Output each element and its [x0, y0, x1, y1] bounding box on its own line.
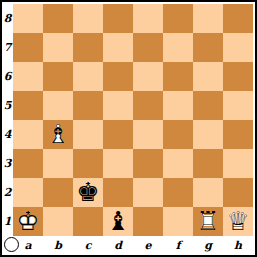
- square-f1[interactable]: [163, 207, 193, 236]
- square-h8[interactable]: [223, 4, 253, 33]
- file-label-b: b: [43, 236, 73, 255]
- square-b4[interactable]: ♝♗: [43, 120, 73, 149]
- square-c3[interactable]: [73, 149, 103, 178]
- square-g1[interactable]: ♜♖: [193, 207, 223, 236]
- square-e2[interactable]: [133, 178, 163, 207]
- square-d3[interactable]: [103, 149, 133, 178]
- square-b3[interactable]: [43, 149, 73, 178]
- square-d4[interactable]: [103, 120, 133, 149]
- square-a5[interactable]: [13, 91, 43, 120]
- black-bishop[interactable]: ♝: [103, 207, 133, 236]
- square-f8[interactable]: [163, 4, 193, 33]
- square-f6[interactable]: [163, 62, 193, 91]
- square-f2[interactable]: [163, 178, 193, 207]
- square-d8[interactable]: [103, 4, 133, 33]
- rank-label-1: 1: [2, 207, 13, 236]
- square-c4[interactable]: [73, 120, 103, 149]
- file-label-f: f: [163, 236, 193, 255]
- square-f7[interactable]: [163, 33, 193, 62]
- square-g6[interactable]: [193, 62, 223, 91]
- file-label-h: h: [223, 236, 253, 255]
- square-c7[interactable]: [73, 33, 103, 62]
- square-h5[interactable]: [223, 91, 253, 120]
- square-a8[interactable]: [13, 4, 43, 33]
- square-d1[interactable]: ♝: [103, 207, 133, 236]
- file-label-g: g: [193, 236, 223, 255]
- square-a7[interactable]: [13, 33, 43, 62]
- square-e8[interactable]: [133, 4, 163, 33]
- square-h6[interactable]: [223, 62, 253, 91]
- square-d5[interactable]: [103, 91, 133, 120]
- square-a1[interactable]: ♚♔: [13, 207, 43, 236]
- square-b1[interactable]: [43, 207, 73, 236]
- square-c1[interactable]: [73, 207, 103, 236]
- square-g3[interactable]: [193, 149, 223, 178]
- square-d7[interactable]: [103, 33, 133, 62]
- white-to-move-indicator: [4, 237, 19, 252]
- square-e5[interactable]: [133, 91, 163, 120]
- square-b7[interactable]: [43, 33, 73, 62]
- square-e3[interactable]: [133, 149, 163, 178]
- rank-label-7: 7: [2, 33, 13, 62]
- chess-board: ♝♗♚♚♔♝♜♖♛♕: [13, 4, 253, 236]
- square-h4[interactable]: [223, 120, 253, 149]
- file-label-c: c: [73, 236, 103, 255]
- square-e4[interactable]: [133, 120, 163, 149]
- square-g8[interactable]: [193, 4, 223, 33]
- square-c6[interactable]: [73, 62, 103, 91]
- square-g4[interactable]: [193, 120, 223, 149]
- square-c5[interactable]: [73, 91, 103, 120]
- rank-labels: 87654321: [2, 4, 13, 236]
- square-f4[interactable]: [163, 120, 193, 149]
- rank-label-3: 3: [2, 149, 13, 178]
- black-king[interactable]: ♚: [73, 178, 103, 207]
- white-rook[interactable]: ♜♖: [193, 207, 223, 236]
- file-label-e: e: [133, 236, 163, 255]
- rank-label-4: 4: [2, 120, 13, 149]
- square-c2[interactable]: ♚: [73, 178, 103, 207]
- square-b5[interactable]: [43, 91, 73, 120]
- white-king[interactable]: ♚♔: [13, 207, 43, 236]
- white-bishop[interactable]: ♝♗: [43, 120, 73, 149]
- square-b6[interactable]: [43, 62, 73, 91]
- square-f3[interactable]: [163, 149, 193, 178]
- square-b8[interactable]: [43, 4, 73, 33]
- rank-label-2: 2: [2, 178, 13, 207]
- rank-label-8: 8: [2, 4, 13, 33]
- square-e1[interactable]: [133, 207, 163, 236]
- square-h7[interactable]: [223, 33, 253, 62]
- square-b2[interactable]: [43, 178, 73, 207]
- rank-label-5: 5: [2, 91, 13, 120]
- chess-diagram: ♝♗♚♚♔♝♜♖♛♕ 87654321 abcdefgh: [0, 0, 257, 257]
- file-labels: abcdefgh: [13, 236, 253, 255]
- white-queen[interactable]: ♛♕: [223, 207, 253, 236]
- square-h2[interactable]: [223, 178, 253, 207]
- square-a3[interactable]: [13, 149, 43, 178]
- square-f5[interactable]: [163, 91, 193, 120]
- square-e7[interactable]: [133, 33, 163, 62]
- square-e6[interactable]: [133, 62, 163, 91]
- square-d6[interactable]: [103, 62, 133, 91]
- square-g2[interactable]: [193, 178, 223, 207]
- square-d2[interactable]: [103, 178, 133, 207]
- square-a6[interactable]: [13, 62, 43, 91]
- square-g7[interactable]: [193, 33, 223, 62]
- square-a2[interactable]: [13, 178, 43, 207]
- square-g5[interactable]: [193, 91, 223, 120]
- square-h1[interactable]: ♛♕: [223, 207, 253, 236]
- file-label-d: d: [103, 236, 133, 255]
- square-h3[interactable]: [223, 149, 253, 178]
- rank-label-6: 6: [2, 62, 13, 91]
- square-c8[interactable]: [73, 4, 103, 33]
- square-a4[interactable]: [13, 120, 43, 149]
